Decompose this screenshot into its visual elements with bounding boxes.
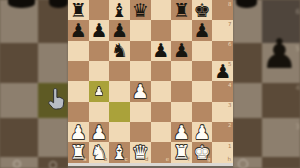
square-f3[interactable] [171, 102, 192, 122]
bg-square [233, 83, 262, 118]
square-a8[interactable]: ♜ [68, 0, 89, 20]
square-b4[interactable]: ♟ [89, 81, 110, 101]
square-b7[interactable]: ♟ [89, 20, 110, 40]
rank-label-3: 3 [228, 102, 232, 108]
square-e2[interactable] [151, 122, 172, 142]
blurred-black-pawn-icon: ♟ [261, 34, 298, 75]
bg-square [0, 43, 38, 83]
black-pawn[interactable]: ♟ [214, 62, 231, 81]
white-pawn[interactable]: ♟ [132, 82, 149, 101]
bg-rank-label: 4 [292, 84, 300, 92]
square-c5[interactable] [109, 61, 130, 81]
square-f6[interactable]: ♟ [171, 41, 192, 61]
bg-letter-blur [13, 160, 21, 168]
black-pawn[interactable]: ♟ [111, 21, 128, 40]
square-f2[interactable]: ♟ [171, 122, 192, 142]
white-pawn[interactable]: ♟ [194, 123, 211, 142]
white-bishop[interactable]: ♝ [111, 143, 128, 162]
square-b3[interactable] [89, 102, 110, 122]
square-d6[interactable] [130, 41, 151, 61]
bg-square [38, 118, 68, 157]
rank-label-6: 6 [228, 41, 232, 47]
square-e1[interactable]: e [151, 142, 172, 162]
square-h2[interactable]: 2 [212, 122, 233, 142]
black-pawn[interactable]: ♟ [70, 21, 87, 40]
square-h8[interactable]: 8 [212, 0, 233, 20]
chess-board[interactable]: ♜♝♛♜♚8♟♟♟♟7♞♟♟6♟5♟♟43♟♟♟♟2♜a♞b♝c♛de♜f♚g1… [68, 0, 233, 163]
bg-square [262, 157, 300, 168]
square-a5[interactable] [68, 61, 89, 81]
square-c6[interactable]: ♞ [109, 41, 130, 61]
bg-square [233, 118, 262, 157]
square-g5[interactable] [192, 61, 213, 81]
black-king[interactable]: ♚ [194, 1, 211, 20]
file-label-h: h [228, 156, 232, 162]
square-c8[interactable]: ♝ [109, 0, 130, 20]
square-b2[interactable]: ♟ [89, 122, 110, 142]
bg-rank-label: 5 [292, 45, 300, 53]
square-a4[interactable] [68, 81, 89, 101]
square-h5[interactable]: ♟5 [212, 61, 233, 81]
square-f1[interactable]: ♜f [171, 142, 192, 162]
square-c7[interactable]: ♟ [109, 20, 130, 40]
square-g8[interactable]: ♚ [192, 0, 213, 20]
black-pawn[interactable]: ♟ [90, 21, 107, 40]
rank-label-8: 8 [228, 1, 232, 7]
square-g6[interactable] [192, 41, 213, 61]
square-d5[interactable] [130, 61, 151, 81]
white-rook[interactable]: ♜ [173, 143, 190, 162]
bg-rank-label: 3 [292, 123, 300, 131]
bg-rank-label: 6 [292, 8, 300, 16]
square-h1[interactable]: 1h [212, 142, 233, 162]
white-pawn[interactable]: ♟ [70, 123, 87, 142]
square-h3[interactable]: 3 [212, 102, 233, 122]
square-d2[interactable] [130, 122, 151, 142]
square-d1[interactable]: ♛d [130, 142, 151, 162]
rank-label-2: 2 [228, 122, 232, 128]
square-d3[interactable] [130, 102, 151, 122]
square-a1[interactable]: ♜a [68, 142, 89, 162]
rank-label-1: 1 [228, 143, 232, 149]
rank-label-7: 7 [228, 21, 232, 27]
square-h6[interactable]: 6 [212, 41, 233, 61]
white-pawn[interactable]: ♟ [173, 123, 190, 142]
square-g3[interactable] [192, 102, 213, 122]
square-g4[interactable] [192, 81, 213, 101]
square-e4[interactable] [151, 81, 172, 101]
square-d4[interactable]: ♟ [130, 81, 151, 101]
square-g7[interactable]: ♟ [192, 20, 213, 40]
black-knight[interactable]: ♞ [111, 41, 128, 60]
square-d8[interactable]: ♛ [130, 0, 151, 20]
bg-square [38, 43, 68, 83]
white-rook[interactable]: ♜ [70, 143, 87, 162]
square-a3[interactable] [68, 102, 89, 122]
square-a7[interactable]: ♟ [68, 20, 89, 40]
square-c3[interactable] [109, 102, 130, 122]
square-a2[interactable]: ♟ [68, 122, 89, 142]
square-c2[interactable] [109, 122, 130, 142]
bg-square [0, 83, 38, 118]
square-f4[interactable] [171, 81, 192, 101]
hand-cursor-icon [48, 88, 65, 115]
square-f5[interactable] [171, 61, 192, 81]
file-label-e: e [166, 156, 169, 162]
square-e7[interactable] [151, 20, 172, 40]
square-e5[interactable] [151, 61, 172, 81]
black-rook[interactable]: ♜ [173, 1, 190, 20]
square-g2[interactable]: ♟ [192, 122, 213, 142]
square-h4[interactable]: 4 [212, 81, 233, 101]
white-queen[interactable]: ♛ [132, 143, 149, 162]
bg-square [0, 118, 38, 157]
bg-square [233, 43, 262, 83]
rank-label-4: 4 [228, 82, 232, 88]
square-b5[interactable] [89, 61, 110, 81]
white-king[interactable]: ♚ [194, 143, 211, 162]
black-pawn[interactable]: ♟ [194, 21, 211, 40]
bg-letter-blur [238, 159, 248, 168]
square-h7[interactable]: 7 [212, 20, 233, 40]
bg-letter-blur [49, 161, 57, 168]
square-f7[interactable] [171, 20, 192, 40]
black-rook[interactable]: ♜ [70, 1, 87, 20]
square-d7[interactable] [130, 20, 151, 40]
square-c1[interactable]: ♝c [109, 142, 130, 162]
square-g1[interactable]: ♚g [192, 142, 213, 162]
white-pawn[interactable]: ♟ [90, 123, 107, 142]
black-pawn[interactable]: ♟ [173, 41, 190, 60]
black-bishop[interactable]: ♝ [111, 1, 128, 20]
chess-app-screenshot: ♟ 6 5 4 3 ♜♝♛♜♚8♟♟♟♟7♞♟♟6♟5♟♟43♟♟♟♟2♜a♞b… [0, 0, 300, 168]
square-e8[interactable] [151, 0, 172, 20]
square-b1[interactable]: ♞b [89, 142, 110, 162]
white-pawn-ghost[interactable]: ♟ [94, 86, 104, 97]
progress-bar-track [68, 166, 233, 168]
square-c4[interactable] [109, 81, 130, 101]
square-e6[interactable]: ♟ [151, 41, 172, 61]
square-b8[interactable] [89, 0, 110, 20]
black-pawn[interactable]: ♟ [152, 41, 169, 60]
square-f8[interactable]: ♜ [171, 0, 192, 20]
square-e3[interactable] [151, 102, 172, 122]
black-queen[interactable]: ♛ [132, 1, 149, 20]
square-a6[interactable] [68, 41, 89, 61]
white-knight[interactable]: ♞ [90, 143, 107, 162]
square-b6[interactable] [89, 41, 110, 61]
